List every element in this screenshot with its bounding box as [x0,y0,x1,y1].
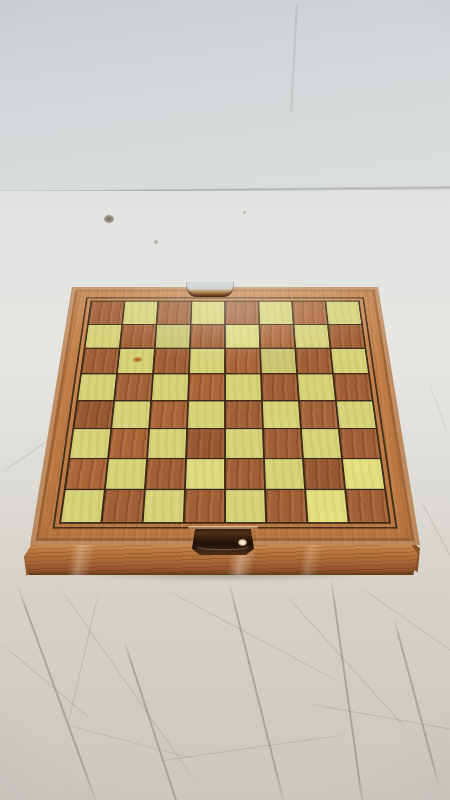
board-square [148,429,186,457]
board-square [226,302,259,324]
speck [243,211,246,214]
board-square [263,401,300,428]
speck [154,240,158,244]
board-square [302,429,341,457]
board-square [334,374,372,399]
board-square [150,401,187,428]
board-square [296,349,332,373]
board-square [264,429,302,457]
board-square [343,459,384,489]
board-square [187,429,224,457]
board-square [226,374,261,399]
board-square [74,401,113,428]
board-square [112,401,150,428]
board-square [259,302,292,324]
board-square [293,302,327,324]
board-square [191,325,224,348]
stain-spot [104,215,114,223]
board-square [265,459,304,489]
photo-scene [0,0,450,800]
board-square [89,302,124,324]
board-square [298,374,335,399]
board-square [192,302,225,324]
gray-backdrop [0,0,450,192]
board-square [102,491,143,523]
board-square [189,374,224,399]
board-square [340,429,380,457]
board-square [144,491,184,523]
board-square [260,325,294,348]
board-square [326,302,361,324]
board-square [82,349,119,373]
finger-notch [186,282,234,297]
board-square [226,459,264,489]
board-square [300,401,338,428]
board-square [266,491,306,523]
board-square [331,349,368,373]
board-square [123,302,157,324]
board-square [226,429,263,457]
board-square [157,302,190,324]
board-square [190,349,224,373]
board-square [346,491,389,523]
chess-board-lid [30,287,420,545]
board-square [109,429,148,457]
board-square [329,325,365,348]
board-square [304,459,344,489]
board-square [226,325,259,348]
board-square [66,459,107,489]
board-square [294,325,329,348]
board-square [306,491,347,523]
clasp-glint [238,539,247,546]
clasp-latch [192,529,254,555]
board-square [78,374,116,399]
pinstripe-border [52,297,397,528]
board-square [337,401,376,428]
board-square [154,349,189,373]
board-square [186,459,224,489]
board-square [261,349,296,373]
board-square [262,374,298,399]
board-square [226,401,262,428]
board-square [156,325,190,348]
board-square [146,459,185,489]
board-square [226,491,265,523]
board-square [115,374,152,399]
board-square [226,349,260,373]
board-square [152,374,188,399]
board-square [106,459,146,489]
board-grid [59,301,391,524]
board-square [188,401,224,428]
board-square [121,325,156,348]
board-square [61,491,104,523]
board-square [85,325,121,348]
board-square [70,429,110,457]
board-square [185,491,224,523]
